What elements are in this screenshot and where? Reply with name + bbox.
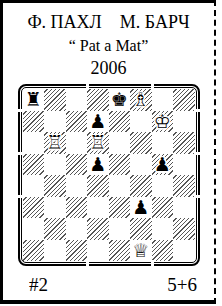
square-d6: ♖ [87,132,109,154]
piece-white-rook-b6: ♖ [46,132,63,154]
square-a2 [23,218,45,240]
square-g4 [152,175,174,197]
author-right: М. БАРЧ [120,12,190,32]
square-b3 [44,197,66,219]
square-g7: ♔ [152,111,174,133]
square-h3 [173,197,195,219]
square-b5 [44,154,66,176]
square-e3 [109,197,131,219]
square-h1 [173,240,195,262]
square-a7 [23,111,45,133]
square-f6 [130,132,152,154]
board-border-notch [151,84,154,90]
square-e5 [109,154,131,176]
material-count: 5+6 [167,274,197,295]
square-c2 [66,218,88,240]
board-border-notch [18,109,24,112]
square-d7: ♟ [87,111,109,133]
piece-white-bishop-f8: ♗ [132,89,149,111]
square-h6 [173,132,195,154]
square-b6: ♖ [44,132,66,154]
square-d3 [87,197,109,219]
square-d1 [87,240,109,262]
square-c5 [66,154,88,176]
square-f7 [130,111,152,133]
board-border-notch [86,260,89,266]
square-e6 [109,132,131,154]
square-c8 [66,89,88,111]
square-b8 [44,89,66,111]
square-g5: ♟ [152,154,174,176]
square-f4 [130,175,152,197]
piece-black-rook-a8: ♜ [25,89,42,111]
square-b1 [44,240,66,262]
piece-black-pawn-d7: ♟ [89,111,106,133]
square-d2 [87,218,109,240]
magazine-clipping: Ф. ПАХЛ М. БАРЧ “ Pat a Mat” 2006 ♜♚♗♟♔♖… [0,0,222,306]
square-c3 [66,197,88,219]
authors-line: Ф. ПАХЛ М. БАРЧ [3,12,214,32]
piece-black-pawn-d5: ♟ [89,154,106,176]
square-f1: ♕ [130,240,152,262]
square-h7 [173,111,195,133]
square-a6 [23,132,45,154]
square-d8 [87,89,109,111]
square-e7 [109,111,131,133]
square-h2 [173,218,195,240]
square-a4 [23,175,45,197]
square-b2 [44,218,66,240]
board-border-notch [194,195,200,198]
square-a5 [23,154,45,176]
square-f2 [130,218,152,240]
piece-white-king-g7: ♔ [154,111,171,133]
piece-black-pawn-f3: ♟ [132,197,149,219]
piece-white-rook-d6: ♖ [89,132,106,154]
square-c6 [66,132,88,154]
square-a8: ♜ [23,89,45,111]
stipulation: #2 [29,274,48,295]
board-border-notch [151,260,154,266]
square-d4 [87,175,109,197]
caption-line: #2 5+6 [3,266,214,295]
square-b4 [44,175,66,197]
square-a1 [23,240,45,262]
square-d5: ♟ [87,154,109,176]
square-g3 [152,197,174,219]
square-c4 [66,175,88,197]
publication-year: 2006 [3,58,214,78]
square-e4 [109,175,131,197]
piece-black-king-e8: ♚ [111,89,128,111]
square-f3: ♟ [130,197,152,219]
board-border-notch [18,195,24,198]
square-h5 [173,154,195,176]
board-border-notch [18,152,24,155]
square-g1 [152,240,174,262]
piece-black-pawn-g5: ♟ [154,154,171,176]
board-inner-frame: ♜♚♗♟♔♖♖♟♟♟♕ [21,87,197,263]
square-c1 [66,240,88,262]
square-b7 [44,111,66,133]
board-border-notch [194,152,200,155]
square-h8 [173,89,195,111]
author-left: Ф. ПАХЛ [27,12,101,32]
square-f8: ♗ [130,89,152,111]
square-c7 [66,111,88,133]
square-g2 [152,218,174,240]
board-border-notch [86,84,89,90]
piece-white-queen-f1: ♕ [132,240,149,262]
square-f5 [130,154,152,176]
square-g6 [152,132,174,154]
square-a3 [23,197,45,219]
square-h4 [173,175,195,197]
square-e8: ♚ [109,89,131,111]
board-grid: ♜♚♗♟♔♖♖♟♟♟♕ [23,89,195,261]
square-e2 [109,218,131,240]
chess-board: ♜♚♗♟♔♖♖♟♟♟♕ [18,84,200,266]
board-border-notch [194,109,200,112]
square-g8 [152,89,174,111]
square-e1 [109,240,131,262]
source-title: “ Pat a Mat” [3,37,214,55]
clipping-frame: Ф. ПАХЛ М. БАРЧ “ Pat a Mat” 2006 ♜♚♗♟♔♖… [0,0,216,304]
